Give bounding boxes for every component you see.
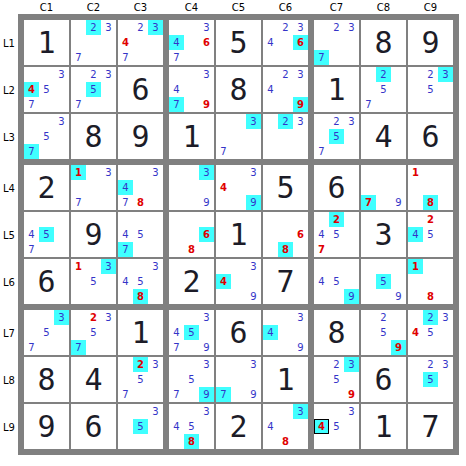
candidate-2[interactable]: 2	[86, 310, 101, 325]
cell-L2C6[interactable]: 2349	[263, 67, 308, 112]
cell-L8C7[interactable]: 2359	[314, 357, 359, 402]
candidate-7[interactable]: 7	[71, 50, 86, 65]
candidate-3[interactable]: 3	[199, 67, 214, 82]
cell-L2C8[interactable]: 257	[361, 67, 406, 112]
cell-L4C1[interactable]: 2	[24, 165, 69, 210]
candidate-5[interactable]: 5	[376, 82, 391, 97]
cell-L2C7[interactable]: 1	[314, 67, 359, 112]
candidate-1[interactable]: 1	[71, 259, 86, 274]
candidate-grid: 2346	[263, 20, 308, 65]
cell-value: 9	[71, 212, 116, 257]
candidate-7[interactable]: 7	[24, 144, 39, 159]
cell-value: 6	[361, 357, 406, 402]
cell-L8C2[interactable]: 4	[71, 357, 116, 402]
candidate-4[interactable]: 4	[314, 274, 329, 289]
cell-L7C2[interactable]: 2357	[71, 310, 116, 355]
col-label-C3: C3	[134, 2, 147, 13]
cell-L1C4[interactable]: 3467	[169, 20, 214, 65]
candidate-4[interactable]: 4	[118, 35, 133, 50]
candidate-7[interactable]: 7	[169, 97, 184, 112]
cell-L3C2[interactable]: 8	[71, 114, 116, 159]
cell-L6C5[interactable]: 349	[216, 259, 261, 304]
cell-value: 6	[216, 310, 261, 355]
row-label-L7: L7	[3, 327, 15, 338]
candidate-3[interactable]: 3	[293, 114, 308, 129]
candidate-2[interactable]: 2	[423, 357, 438, 372]
candidate-3[interactable]: 3	[54, 114, 69, 129]
cell-L4C9[interactable]: 18	[408, 165, 453, 210]
candidate-grid: 345	[314, 404, 359, 449]
candidate-4[interactable]: 4	[263, 325, 278, 340]
cell-value: 1	[216, 212, 261, 257]
candidate-3[interactable]: 3	[199, 165, 214, 180]
candidate-4[interactable]: 4	[408, 227, 423, 242]
candidate-8[interactable]: 8	[184, 242, 199, 257]
candidate-grid: 23	[263, 114, 308, 159]
cell-L3C1[interactable]: 357	[24, 114, 69, 159]
candidate-2[interactable]: 2	[86, 20, 101, 35]
row-label-L4: L4	[3, 182, 15, 193]
cell-L7C5[interactable]: 6	[216, 310, 261, 355]
cell-L4C8[interactable]: 79	[361, 165, 406, 210]
candidate-5[interactable]: 5	[423, 372, 438, 387]
candidate-9[interactable]: 9	[199, 340, 214, 355]
candidate-3[interactable]: 3	[199, 310, 214, 325]
cell-L4C6[interactable]: 5	[263, 165, 308, 210]
candidate-3[interactable]: 3	[199, 20, 214, 35]
cell-L3C3[interactable]: 9	[118, 114, 163, 159]
cell-L2C9[interactable]: 235	[408, 67, 453, 112]
candidate-5[interactable]: 5	[329, 274, 344, 289]
cell-L7C3[interactable]: 1	[118, 310, 163, 355]
candidate-9[interactable]: 9	[246, 289, 261, 304]
cell-L1C5[interactable]: 5	[216, 20, 261, 65]
candidate-2[interactable]: 2	[278, 20, 293, 35]
candidate-5[interactable]: 5	[376, 274, 391, 289]
cell-value: 6	[118, 67, 163, 112]
row-label-L2: L2	[3, 84, 15, 95]
candidate-5[interactable]: 5	[184, 372, 199, 387]
candidate-5[interactable]: 5	[184, 325, 199, 340]
candidate-7[interactable]: 7	[71, 195, 86, 210]
candidate-3[interactable]: 3	[246, 165, 261, 180]
cell-L2C4[interactable]: 3479	[169, 67, 214, 112]
candidate-grid: 3467	[169, 20, 214, 65]
candidate-grid: 237	[71, 20, 116, 65]
candidate-grid: 235	[408, 67, 453, 112]
candidate-9[interactable]: 9	[293, 340, 308, 355]
cell-value: 9	[24, 404, 69, 449]
col-label-C7: C7	[330, 2, 343, 13]
cell-L2C2[interactable]: 2357	[71, 67, 116, 112]
candidate-4[interactable]: 4	[314, 227, 329, 242]
candidate-4[interactable]: 4	[408, 325, 423, 340]
cell-value: 3	[361, 212, 406, 257]
cell-value: 6	[314, 165, 359, 210]
row-label-L8: L8	[3, 374, 15, 385]
cell-L8C9[interactable]: 235	[408, 357, 453, 402]
cell-value: 1	[169, 114, 214, 159]
cell-L2C1[interactable]: 3457	[24, 67, 69, 112]
col-label-C9: C9	[424, 2, 437, 13]
candidate-3[interactable]: 3	[344, 404, 359, 419]
candidate-5[interactable]: 5	[86, 325, 101, 340]
candidate-5[interactable]: 5	[133, 372, 148, 387]
candidate-4[interactable]: 4	[118, 180, 133, 195]
candidate-8[interactable]: 8	[423, 195, 438, 210]
candidate-7[interactable]: 7	[118, 387, 133, 402]
candidate-3[interactable]: 3	[344, 357, 359, 372]
cell-value: 1	[263, 357, 308, 402]
cell-L6C3[interactable]: 3458	[118, 259, 163, 304]
candidate-2[interactable]: 2	[329, 357, 344, 372]
cell-L3C6[interactable]: 23	[263, 114, 308, 159]
candidate-grid: 349	[263, 310, 308, 355]
cell-L1C7[interactable]: 237	[314, 20, 359, 65]
candidate-4[interactable]: 4	[216, 274, 231, 289]
candidate-grid: 257	[361, 67, 406, 112]
candidate-3[interactable]: 3	[101, 20, 116, 35]
candidate-7[interactable]: 7	[361, 195, 376, 210]
candidate-grid: 3458	[169, 404, 214, 449]
candidate-3[interactable]: 3	[293, 20, 308, 35]
cell-L6C8[interactable]: 59	[361, 259, 406, 304]
cell-L1C1[interactable]: 1	[24, 20, 69, 65]
cell-L8C6[interactable]: 1	[263, 357, 308, 402]
candidate-9[interactable]: 9	[199, 195, 214, 210]
candidate-7[interactable]: 7	[361, 97, 376, 112]
candidate-9[interactable]: 9	[344, 387, 359, 402]
candidate-grid: 349	[216, 165, 261, 210]
candidate-4[interactable]: 4	[118, 227, 133, 242]
cell-L4C2[interactable]: 137	[71, 165, 116, 210]
candidate-grid: 357	[24, 114, 69, 159]
cell-L9C2[interactable]: 6	[71, 404, 116, 449]
candidate-5[interactable]: 5	[376, 325, 391, 340]
cell-value: 5	[216, 20, 261, 65]
candidate-3[interactable]: 3	[148, 165, 163, 180]
candidate-3[interactable]: 3	[199, 357, 214, 372]
cell-L5C3[interactable]: 457	[118, 212, 163, 257]
candidate-7[interactable]: 7	[169, 50, 184, 65]
cell-L3C5[interactable]: 37	[216, 114, 261, 159]
candidate-7[interactable]: 7	[169, 340, 184, 355]
candidate-4[interactable]: 4	[216, 180, 231, 195]
candidate-5[interactable]: 5	[423, 82, 438, 97]
cell-L4C7[interactable]: 6	[314, 165, 359, 210]
cell-value: 9	[118, 114, 163, 159]
row-label-L9: L9	[3, 421, 15, 432]
candidate-9[interactable]: 9	[391, 195, 406, 210]
candidate-6[interactable]: 6	[199, 227, 214, 242]
candidate-7[interactable]: 7	[24, 340, 39, 355]
candidate-4[interactable]: 4	[263, 419, 278, 434]
candidate-5[interactable]: 5	[133, 274, 148, 289]
candidate-3[interactable]: 3	[54, 310, 69, 325]
candidate-grid: 39	[169, 165, 214, 210]
candidate-grid: 245	[408, 212, 453, 257]
candidate-5[interactable]: 5	[86, 274, 101, 289]
candidate-7[interactable]: 7	[24, 97, 39, 112]
candidate-2[interactable]: 2	[376, 310, 391, 325]
cell-L8C8[interactable]: 6	[361, 357, 406, 402]
cell-value: 1	[314, 67, 359, 112]
candidate-2[interactable]: 2	[329, 212, 344, 227]
candidate-3[interactable]: 3	[101, 310, 116, 325]
candidate-7[interactable]: 7	[118, 242, 133, 257]
candidate-grid: 357	[24, 310, 69, 355]
candidate-4[interactable]: 4	[24, 227, 39, 242]
candidate-3[interactable]: 3	[344, 20, 359, 35]
candidate-grid: 457	[24, 212, 69, 257]
cell-L9C3[interactable]: 35	[118, 404, 163, 449]
cell-L1C8[interactable]: 8	[361, 20, 406, 65]
selected-candidate-4[interactable]: 4	[314, 419, 329, 434]
candidate-grid: 18	[408, 259, 453, 304]
candidate-grid: 2347	[118, 20, 163, 65]
cell-L5C9[interactable]: 245	[408, 212, 453, 257]
candidate-4[interactable]: 4	[169, 82, 184, 97]
candidate-2[interactable]: 2	[278, 114, 293, 129]
candidate-grid: 2357	[71, 310, 116, 355]
candidate-8[interactable]: 8	[133, 289, 148, 304]
candidate-2[interactable]: 2	[376, 67, 391, 82]
candidate-8[interactable]: 8	[278, 434, 293, 449]
col-label-C5: C5	[232, 2, 245, 13]
cell-L1C9[interactable]: 9	[408, 20, 453, 65]
candidate-3[interactable]: 3	[101, 67, 116, 82]
candidate-7[interactable]: 7	[24, 242, 39, 257]
cell-L8C4[interactable]: 3579	[169, 357, 214, 402]
candidate-5[interactable]: 5	[423, 227, 438, 242]
candidate-5[interactable]: 5	[133, 227, 148, 242]
candidate-5[interactable]: 5	[184, 419, 199, 434]
candidate-7[interactable]: 7	[216, 387, 231, 402]
cell-L3C8[interactable]: 4	[361, 114, 406, 159]
cell-L5C4[interactable]: 68	[169, 212, 214, 257]
candidate-2[interactable]: 2	[329, 114, 344, 129]
candidate-7[interactable]: 7	[71, 97, 86, 112]
candidate-2[interactable]: 2	[86, 67, 101, 82]
candidate-3[interactable]: 3	[293, 404, 308, 419]
candidate-grid: 35	[118, 404, 163, 449]
cell-L5C1[interactable]: 457	[24, 212, 69, 257]
cell-value: 5	[263, 165, 308, 210]
sudoku-app: 1237234734675234623789345723576347982349…	[0, 0, 466, 466]
cell-L8C1[interactable]: 8	[24, 357, 69, 402]
cell-L9C6[interactable]: 348	[263, 404, 308, 449]
cell-L7C8[interactable]: 259	[361, 310, 406, 355]
candidate-2[interactable]: 2	[329, 20, 344, 35]
candidate-5[interactable]: 5	[329, 227, 344, 242]
candidate-3[interactable]: 3	[246, 114, 261, 129]
candidate-5[interactable]: 5	[39, 82, 54, 97]
candidate-4[interactable]: 4	[24, 82, 39, 97]
candidate-5[interactable]: 5	[423, 325, 438, 340]
candidate-grid: 18	[408, 165, 453, 210]
col-label-C4: C4	[185, 2, 198, 13]
candidate-grid: 79	[361, 165, 406, 210]
candidate-2[interactable]: 2	[423, 212, 438, 227]
cell-L6C9[interactable]: 18	[408, 259, 453, 304]
cell-L9C8[interactable]: 1	[361, 404, 406, 449]
candidate-5[interactable]: 5	[133, 419, 148, 434]
candidate-9[interactable]: 9	[391, 289, 406, 304]
candidate-2[interactable]: 2	[133, 20, 148, 35]
cell-L5C6[interactable]: 68	[263, 212, 308, 257]
candidate-4[interactable]: 4	[169, 35, 184, 50]
cell-L7C6[interactable]: 349	[263, 310, 308, 355]
candidate-7[interactable]: 7	[314, 144, 329, 159]
cell-L6C7[interactable]: 459	[314, 259, 359, 304]
candidate-grid: 3458	[118, 259, 163, 304]
candidate-7[interactable]: 7	[216, 144, 231, 159]
cell-L6C1[interactable]: 6	[24, 259, 69, 304]
cell-L1C2[interactable]: 237	[71, 20, 116, 65]
cell-L8C5[interactable]: 379	[216, 357, 261, 402]
candidate-3[interactable]: 3	[148, 357, 163, 372]
cell-L3C7[interactable]: 2357	[314, 114, 359, 159]
candidate-3[interactable]: 3	[148, 259, 163, 274]
cell-L9C9[interactable]: 7	[408, 404, 453, 449]
candidate-grid: 3457	[24, 67, 69, 112]
cell-L4C3[interactable]: 3478	[118, 165, 163, 210]
candidate-1[interactable]: 1	[408, 259, 423, 274]
cell-L5C8[interactable]: 3	[361, 212, 406, 257]
candidate-2[interactable]: 2	[133, 357, 148, 372]
candidate-5[interactable]: 5	[39, 227, 54, 242]
cell-L9C4[interactable]: 3458	[169, 404, 214, 449]
candidate-grid: 2357	[314, 114, 359, 159]
cell-L5C7[interactable]: 2457	[314, 212, 359, 257]
cell-L6C2[interactable]: 135	[71, 259, 116, 304]
candidate-4[interactable]: 4	[263, 82, 278, 97]
candidate-grid: 379	[216, 357, 261, 402]
candidate-grid: 68	[169, 212, 214, 257]
candidate-3[interactable]: 3	[148, 20, 163, 35]
candidate-5[interactable]: 5	[329, 372, 344, 387]
row-label-L1: L1	[3, 37, 15, 48]
candidate-9[interactable]: 9	[344, 289, 359, 304]
candidate-3[interactable]: 3	[293, 67, 308, 82]
candidate-3[interactable]: 3	[438, 357, 453, 372]
cell-value: 1	[24, 20, 69, 65]
candidate-4[interactable]: 4	[118, 274, 133, 289]
candidate-5[interactable]: 5	[39, 325, 54, 340]
cell-L7C1[interactable]: 357	[24, 310, 69, 355]
candidate-3[interactable]: 3	[246, 259, 261, 274]
candidate-3[interactable]: 3	[246, 357, 261, 372]
candidate-4[interactable]: 4	[263, 35, 278, 50]
cell-value: 7	[408, 404, 453, 449]
candidate-grid: 259	[361, 310, 406, 355]
cell-L6C6[interactable]: 7	[263, 259, 308, 304]
candidate-7[interactable]: 7	[118, 50, 133, 65]
candidate-grid: 2457	[314, 212, 359, 257]
candidate-6[interactable]: 6	[293, 227, 308, 242]
row-label-L5: L5	[3, 229, 15, 240]
candidate-grid: 34579	[169, 310, 214, 355]
cell-L3C9[interactable]: 6	[408, 114, 453, 159]
candidate-9[interactable]: 9	[391, 340, 406, 355]
candidate-2[interactable]: 2	[278, 67, 293, 82]
cell-L3C4[interactable]: 1	[169, 114, 214, 159]
candidate-1[interactable]: 1	[71, 165, 86, 180]
candidate-1[interactable]: 1	[408, 165, 423, 180]
cell-L7C7[interactable]: 8	[314, 310, 359, 355]
candidate-3[interactable]: 3	[438, 310, 453, 325]
candidate-4[interactable]: 4	[169, 419, 184, 434]
cell-L1C3[interactable]: 2347	[118, 20, 163, 65]
candidate-3[interactable]: 3	[101, 165, 116, 180]
candidate-5[interactable]: 5	[329, 129, 344, 144]
cell-value: 8	[216, 67, 261, 112]
candidate-9[interactable]: 9	[199, 387, 214, 402]
candidate-grid: 2349	[263, 67, 308, 112]
candidate-9[interactable]: 9	[293, 97, 308, 112]
cell-L9C7[interactable]: 345	[314, 404, 359, 449]
cell-L4C4[interactable]: 39	[169, 165, 214, 210]
candidate-6[interactable]: 6	[293, 35, 308, 50]
candidate-5[interactable]: 5	[86, 82, 101, 97]
cell-L8C3[interactable]: 2357	[118, 357, 163, 402]
candidate-8[interactable]: 8	[278, 242, 293, 257]
cell-L7C4[interactable]: 34579	[169, 310, 214, 355]
cell-value: 7	[263, 259, 308, 304]
candidate-5[interactable]: 5	[329, 419, 344, 434]
cell-L1C6[interactable]: 2346	[263, 20, 308, 65]
candidate-6[interactable]: 6	[199, 35, 214, 50]
cell-value: 2	[216, 404, 261, 449]
cell-L5C5[interactable]: 1	[216, 212, 261, 257]
candidate-3[interactable]: 3	[54, 67, 69, 82]
candidate-7[interactable]: 7	[314, 242, 329, 257]
candidate-3[interactable]: 3	[101, 259, 116, 274]
cell-L4C5[interactable]: 349	[216, 165, 261, 210]
candidate-2[interactable]: 2	[423, 67, 438, 82]
candidate-7[interactable]: 7	[118, 195, 133, 210]
cell-L2C3[interactable]: 6	[118, 67, 163, 112]
candidate-4[interactable]: 4	[169, 325, 184, 340]
candidate-9[interactable]: 9	[246, 195, 261, 210]
cell-L9C5[interactable]: 2	[216, 404, 261, 449]
candidate-9[interactable]: 9	[199, 97, 214, 112]
candidate-grid: 135	[71, 259, 116, 304]
candidate-3[interactable]: 3	[148, 404, 163, 419]
col-label-C2: C2	[87, 2, 100, 13]
cell-value: 1	[361, 404, 406, 449]
candidate-grid: 348	[263, 404, 308, 449]
cell-L5C2[interactable]: 9	[71, 212, 116, 257]
candidate-8[interactable]: 8	[423, 289, 438, 304]
candidate-3[interactable]: 3	[293, 310, 308, 325]
cell-L6C4[interactable]: 2	[169, 259, 214, 304]
cell-L7C9[interactable]: 2345	[408, 310, 453, 355]
candidate-9[interactable]: 9	[246, 387, 261, 402]
candidate-7[interactable]: 7	[169, 387, 184, 402]
candidate-3[interactable]: 3	[438, 67, 453, 82]
candidate-3[interactable]: 3	[199, 404, 214, 419]
candidate-2[interactable]: 2	[423, 310, 438, 325]
cell-L2C5[interactable]: 8	[216, 67, 261, 112]
candidate-5[interactable]: 5	[39, 129, 54, 144]
candidate-7[interactable]: 7	[314, 50, 329, 65]
candidate-8[interactable]: 8	[184, 434, 199, 449]
candidate-8[interactable]: 8	[133, 195, 148, 210]
candidate-3[interactable]: 3	[344, 114, 359, 129]
cell-L9C1[interactable]: 9	[24, 404, 69, 449]
candidate-7[interactable]: 7	[71, 340, 86, 355]
